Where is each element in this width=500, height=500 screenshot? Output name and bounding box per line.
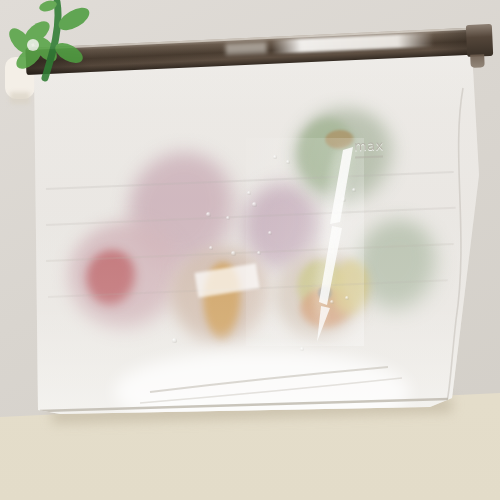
seal-bar-gloss-2 [225, 42, 267, 55]
seal-bar-end-cap [466, 24, 493, 57]
window-reflection [195, 263, 260, 297]
logo-letter-k [38, 0, 93, 78]
zigzag-reflection [314, 146, 356, 342]
max-fill-label: max [354, 137, 384, 153]
leaf-ok-logo [0, 0, 96, 94]
seal-bar-hook [470, 54, 485, 68]
product-photo: max [0, 0, 500, 500]
